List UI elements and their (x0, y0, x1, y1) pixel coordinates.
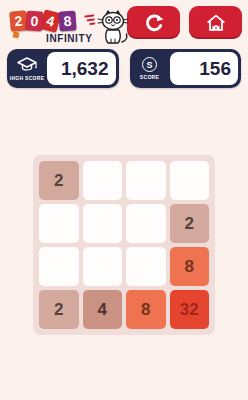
game-logo: 2 0 4 8 INFINITY (8, 6, 127, 48)
score-panel: S SCORE 156 (130, 49, 242, 88)
logo-digit-8: 8 (58, 10, 76, 31)
tile-4: 4 (83, 290, 123, 329)
empty-cell (83, 204, 123, 243)
score-label: SCORE (140, 74, 159, 80)
score-value: 156 (170, 52, 239, 85)
tile-8: 8 (126, 290, 166, 329)
high-score-value: 1,632 (47, 52, 116, 85)
restart-button[interactable] (127, 6, 180, 39)
empty-cell (126, 161, 166, 200)
score-panels: HIGH SCORE 1,632 S SCORE 156 (7, 49, 241, 88)
tile-2: 2 (170, 204, 210, 243)
graduation-cap-icon (17, 57, 37, 73)
app-root: 2 0 4 8 INFINITY (0, 0, 248, 400)
empty-cell (126, 247, 166, 286)
tile-2: 2 (39, 161, 79, 200)
refresh-icon (143, 12, 165, 34)
logo-accent-tile (12, 31, 19, 38)
empty-cell (170, 161, 210, 200)
logo-digit-0: 0 (25, 10, 43, 31)
tile-8: 8 (170, 247, 210, 286)
tile-2: 2 (39, 290, 79, 329)
logo-tiles: 2 0 4 8 (10, 11, 76, 31)
empty-cell (39, 247, 79, 286)
high-score-panel: HIGH SCORE 1,632 (7, 49, 119, 88)
empty-cell (126, 204, 166, 243)
empty-cell (39, 204, 79, 243)
home-button[interactable] (189, 6, 242, 39)
high-score-label: HIGH SCORE (10, 75, 45, 81)
top-buttons (127, 6, 242, 48)
speed-lines-icon (84, 14, 96, 27)
score-s-icon: S (142, 57, 157, 72)
cat-mascot-icon (96, 9, 130, 49)
home-icon (205, 12, 227, 34)
logo-subtitle: INFINITY (46, 33, 92, 44)
empty-cell (83, 247, 123, 286)
empty-cell (83, 161, 123, 200)
top-bar: 2 0 4 8 INFINITY (8, 6, 242, 48)
game-board[interactable]: 22824832 (33, 155, 215, 335)
tile-32: 32 (170, 290, 210, 329)
